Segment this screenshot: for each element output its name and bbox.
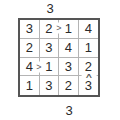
cell-value: 3 (45, 41, 52, 54)
cell-value: 2 (45, 22, 52, 35)
grid-cell-r2c2[interactable]: 3 (40, 39, 60, 58)
cell-value: 3 (85, 79, 92, 92)
grid-cell-r3c3[interactable]: 3 (59, 58, 79, 77)
grid-cell-r4c3[interactable]: 2 (59, 76, 79, 95)
grid-cell-r4c2[interactable]: 3 (40, 76, 60, 95)
grid-cell-r1c4[interactable]: 4 (79, 20, 99, 39)
cell-value: 3 (45, 79, 52, 92)
inequality-greater-icon: > (56, 23, 61, 34)
cell-value: 1 (85, 41, 92, 54)
grid-cell-r4c1[interactable]: 1 (20, 76, 40, 95)
grid-cell-r3c2[interactable]: 1 (40, 58, 60, 77)
cell-value: 2 (26, 41, 33, 54)
cell-value: 3 (65, 60, 72, 73)
cell-value: 2 (65, 79, 72, 92)
cell-value: 4 (65, 41, 72, 54)
inequality-less-up-icon: ∧ (82, 73, 97, 80)
top-clue-col2: 3 (46, 2, 53, 15)
grid-cell-r1c3[interactable]: 1 (59, 20, 79, 39)
grid-cell-r2c1[interactable]: 2 (20, 39, 40, 58)
inequality-greater-icon: > (36, 62, 41, 73)
cell-value: 4 (26, 60, 33, 73)
cell-value: 4 (85, 22, 92, 35)
grid-cell-r2c4[interactable]: 1 (79, 39, 99, 58)
cell-value: 3 (26, 22, 33, 35)
cell-value: 1 (45, 60, 52, 73)
grid-cell-r1c1[interactable]: 3 (20, 20, 40, 39)
bottom-clue-col3: 3 (65, 104, 72, 117)
grid-cell-r2c3[interactable]: 4 (59, 39, 79, 58)
cell-value: 1 (26, 79, 33, 92)
cell-value: 1 (65, 22, 72, 35)
futoshiki-board-diagram: 3 3 2 1 4 2 3 4 1 4 1 3 2 1 3 2 3 > > ∧ … (0, 0, 120, 120)
